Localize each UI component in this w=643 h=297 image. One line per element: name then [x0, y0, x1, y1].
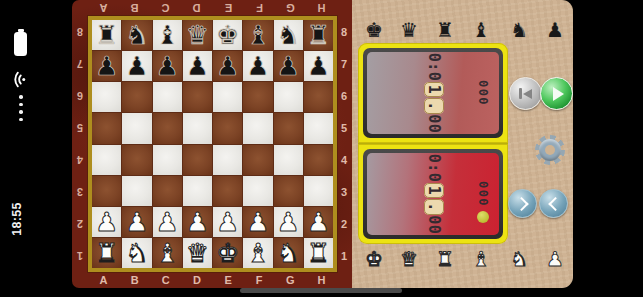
square-a6[interactable]	[92, 82, 121, 112]
square-d4[interactable]	[183, 145, 212, 175]
clock-top-move-counter: 000	[476, 80, 490, 106]
square-e8[interactable]: ♚	[213, 20, 242, 50]
clock-bottom[interactable]: 000 0:01.00	[358, 143, 508, 244]
clock-bottom-frame: 000 0:01.00	[363, 149, 503, 239]
white-pawn[interactable]: ♟	[95, 209, 118, 235]
square-b8[interactable]: ♞	[122, 20, 151, 50]
square-g4[interactable]	[274, 145, 303, 175]
clock-top[interactable]: 000 0:01.00	[358, 43, 508, 143]
square-c7[interactable]: ♟	[153, 51, 182, 81]
square-b2[interactable]: ♟	[122, 207, 151, 237]
white-pawn[interactable]: ♟	[307, 209, 330, 235]
square-c3[interactable]	[153, 176, 182, 206]
square-b6[interactable]	[122, 82, 151, 112]
square-g1[interactable]: ♞	[274, 238, 303, 268]
chess-board: ABCDEFGH ABCDEFGH 87654321 87654321 ♜♞♝♛…	[72, 0, 352, 288]
square-e2[interactable]: ♟	[213, 207, 242, 237]
settings-button[interactable]	[535, 135, 565, 165]
play-icon	[553, 87, 564, 101]
black-pawn[interactable]: ♟	[307, 53, 330, 79]
square-a4[interactable]	[92, 145, 121, 175]
square-f8[interactable]: ♝	[243, 20, 272, 50]
white-bishop[interactable]: ♝	[155, 240, 178, 266]
chess-app-screen: 18:55 ABCDEFGH ABCDEFGH 87654321 8765432…	[0, 0, 643, 297]
square-h5[interactable]	[304, 113, 333, 143]
square-d1[interactable]: ♛	[183, 238, 212, 268]
square-b1[interactable]: ♞	[122, 238, 151, 268]
white-pawn[interactable]: ♟	[216, 209, 239, 235]
square-f4[interactable]	[243, 145, 272, 175]
black-knight[interactable]: ♞	[276, 22, 299, 48]
square-a3[interactable]	[92, 176, 121, 206]
square-c4[interactable]	[153, 145, 182, 175]
clock-bottom-time: 0:01.00	[425, 154, 443, 235]
clock-top-frame: 000 0:01.00	[363, 48, 503, 138]
home-indicator[interactable]	[240, 288, 402, 293]
black-bishop[interactable]: ♝	[246, 22, 269, 48]
skip-to-start-icon	[519, 88, 522, 99]
black-queen-tray-button[interactable]: ♛	[396, 17, 422, 43]
rank-labels-right: 87654321	[336, 16, 352, 272]
square-b4[interactable]	[122, 145, 151, 175]
black-pawn[interactable]: ♟	[95, 53, 118, 79]
black-pawn[interactable]: ♟	[155, 53, 178, 79]
square-e4[interactable]	[213, 145, 242, 175]
black-king[interactable]: ♚	[216, 22, 239, 48]
white-pawn[interactable]: ♟	[155, 209, 178, 235]
square-e3[interactable]	[213, 176, 242, 206]
rank-labels-left: 87654321	[72, 16, 88, 272]
white-rook-tray-button[interactable]: ♜	[432, 246, 458, 272]
square-h1[interactable]: ♜	[304, 238, 333, 268]
board-playing-area: ♜♞♝♛♚♝♞♜♟♟♟♟♟♟♟♟♟♟♟♟♟♟♟♟♜♞♝♛♚♝♞♜	[88, 16, 337, 272]
white-knight-tray-button[interactable]: ♞	[506, 246, 532, 272]
square-f6[interactable]	[243, 82, 272, 112]
board-grid: ♜♞♝♛♚♝♞♜♟♟♟♟♟♟♟♟♟♟♟♟♟♟♟♟♜♞♝♛♚♝♞♜	[92, 20, 333, 268]
black-pawn[interactable]: ♟	[276, 53, 299, 79]
square-a7[interactable]: ♟	[92, 51, 121, 81]
white-bishop[interactable]: ♝	[246, 240, 269, 266]
square-c2[interactable]: ♟	[153, 207, 182, 237]
square-a5[interactable]	[92, 113, 121, 143]
square-f3[interactable]	[243, 176, 272, 206]
square-h8[interactable]: ♜	[304, 20, 333, 50]
clock-top-display: 000 0:01.00	[367, 52, 499, 134]
square-b5[interactable]	[122, 113, 151, 143]
square-f1[interactable]: ♝	[243, 238, 272, 268]
square-f2[interactable]: ♟	[243, 207, 272, 237]
square-g5[interactable]	[274, 113, 303, 143]
chevron-left-icon	[548, 196, 562, 210]
black-bishop[interactable]: ♝	[155, 22, 178, 48]
file-labels-bottom: ABCDEFGH	[88, 272, 337, 288]
square-h2[interactable]: ♟	[304, 207, 333, 237]
square-a8[interactable]: ♜	[92, 20, 121, 50]
black-pawn[interactable]: ♟	[216, 53, 239, 79]
white-bishop-tray-button[interactable]: ♝	[468, 246, 494, 272]
white-pawn[interactable]: ♟	[125, 209, 148, 235]
black-bishop-tray-button[interactable]: ♝	[468, 17, 494, 43]
square-f7[interactable]: ♟	[243, 51, 272, 81]
square-h7[interactable]: ♟	[304, 51, 333, 81]
white-knight[interactable]: ♞	[125, 240, 148, 266]
chevron-right-icon	[514, 196, 528, 210]
square-d8[interactable]: ♛	[183, 20, 212, 50]
square-g8[interactable]: ♞	[274, 20, 303, 50]
side-panel: ♚♛♜♝♞♟ 000 0:01.00 000 0:01.00	[352, 0, 573, 288]
square-g2[interactable]: ♟	[274, 207, 303, 237]
clock-bottom-display: 000 0:01.00	[367, 153, 499, 235]
black-rook-tray-button[interactable]: ♜	[432, 17, 458, 43]
white-knight[interactable]: ♞	[276, 240, 299, 266]
white-pawn-tray-button[interactable]: ♟	[542, 246, 568, 272]
cellular-signal-icon	[19, 95, 23, 121]
white-rook[interactable]: ♜	[95, 240, 118, 266]
square-h4[interactable]	[304, 145, 333, 175]
square-b3[interactable]	[122, 176, 151, 206]
square-b7[interactable]: ♟	[122, 51, 151, 81]
square-c1[interactable]: ♝	[153, 238, 182, 268]
black-rook[interactable]: ♜	[307, 22, 330, 48]
clock-bottom-move-counter: 000	[476, 181, 490, 207]
black-knight-tray-button[interactable]: ♞	[506, 17, 532, 43]
white-pawn[interactable]: ♟	[186, 209, 209, 235]
skip-to-start-button[interactable]	[509, 77, 542, 110]
square-g7[interactable]: ♟	[274, 51, 303, 81]
black-pawn[interactable]: ♟	[125, 53, 148, 79]
white-pawn[interactable]: ♟	[276, 209, 299, 235]
play-button[interactable]	[540, 77, 573, 110]
square-a1[interactable]: ♜	[92, 238, 121, 268]
square-c5[interactable]	[153, 113, 182, 143]
square-e6[interactable]	[213, 82, 242, 112]
white-queen[interactable]: ♛	[186, 240, 209, 266]
forward-button[interactable]	[508, 189, 537, 218]
white-king[interactable]: ♚	[216, 240, 239, 266]
black-queen[interactable]: ♛	[186, 22, 209, 48]
status-bar: 18:55	[0, 0, 72, 297]
square-a2[interactable]: ♟	[92, 207, 121, 237]
black-pawn[interactable]: ♟	[186, 53, 209, 79]
square-h3[interactable]	[304, 176, 333, 206]
active-turn-indicator	[477, 211, 489, 223]
black-rook[interactable]: ♜	[95, 22, 118, 48]
square-d3[interactable]	[183, 176, 212, 206]
battery-icon	[14, 32, 27, 56]
square-h6[interactable]	[304, 82, 333, 112]
square-e7[interactable]: ♟	[213, 51, 242, 81]
white-rook[interactable]: ♜	[307, 240, 330, 266]
square-c6[interactable]	[153, 82, 182, 112]
back-button[interactable]	[539, 189, 568, 218]
square-c8[interactable]: ♝	[153, 20, 182, 50]
white-pawn[interactable]: ♟	[246, 209, 269, 235]
square-g3[interactable]	[274, 176, 303, 206]
black-king-tray-button[interactable]: ♚	[361, 17, 387, 43]
square-e1[interactable]: ♚	[213, 238, 242, 268]
wifi-icon	[10, 70, 29, 89]
black-knight[interactable]: ♞	[125, 22, 148, 48]
square-d7[interactable]: ♟	[183, 51, 212, 81]
square-f5[interactable]	[243, 113, 272, 143]
white-king-tray-button[interactable]: ♚	[361, 246, 387, 272]
white-queen-tray-button[interactable]: ♛	[396, 246, 422, 272]
square-g6[interactable]	[274, 82, 303, 112]
black-pawn[interactable]: ♟	[246, 53, 269, 79]
square-e5[interactable]	[213, 113, 242, 143]
status-time: 18:55	[10, 191, 24, 247]
black-pawn-tray-button[interactable]: ♟	[542, 17, 568, 43]
square-d5[interactable]	[183, 113, 212, 143]
square-d6[interactable]	[183, 82, 212, 112]
square-d2[interactable]: ♟	[183, 207, 212, 237]
file-labels-top: ABCDEFGH	[88, 0, 337, 16]
clock-top-time: 0:01.00	[425, 53, 443, 134]
